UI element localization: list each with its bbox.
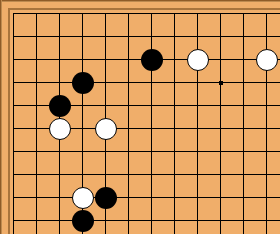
star-point	[219, 81, 223, 85]
black-stone	[49, 95, 71, 117]
board-frame-shadow-top	[8, 8, 280, 10]
black-stone	[141, 49, 163, 71]
black-stone	[72, 210, 94, 232]
white-stone	[256, 49, 278, 71]
board-edge-top	[0, 0, 280, 2]
black-stone	[95, 187, 117, 209]
white-stone	[72, 187, 94, 209]
go-board	[0, 0, 280, 234]
white-stone	[187, 49, 209, 71]
white-stone	[49, 118, 71, 140]
white-stone	[95, 118, 117, 140]
board-frame-shadow-left	[8, 8, 10, 234]
board-edge-left	[0, 0, 2, 234]
black-stone	[72, 72, 94, 94]
